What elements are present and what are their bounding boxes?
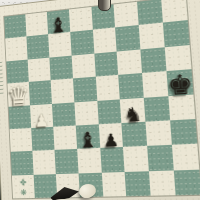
square-f6[interactable] <box>117 49 142 75</box>
square-g1[interactable] <box>149 170 176 196</box>
square-d5[interactable] <box>73 77 97 102</box>
chess-photo-scene: ♝♚♛♟♞♝♟ ✤❋ <box>0 0 200 200</box>
black-bishop-c8[interactable]: ♝ <box>49 15 68 37</box>
square-f7[interactable] <box>115 25 140 51</box>
square-g2[interactable] <box>147 145 173 171</box>
square-d7[interactable] <box>70 30 94 55</box>
brand-marking-left <box>0 62 3 97</box>
square-b7[interactable] <box>26 35 49 60</box>
square-b6[interactable] <box>28 57 51 82</box>
cut-off-piece-top-edge[interactable] <box>98 0 111 11</box>
square-c6[interactable] <box>49 55 72 80</box>
square-g4[interactable] <box>144 96 170 122</box>
square-c2[interactable] <box>54 149 78 174</box>
square-g8[interactable] <box>137 0 163 25</box>
square-g5[interactable] <box>142 71 168 97</box>
square-h3[interactable] <box>170 119 197 145</box>
square-h7[interactable] <box>163 20 190 47</box>
chess-board: ♝♚♛♟♞♝♟ ✤❋ <box>0 0 200 200</box>
square-c3[interactable] <box>53 125 77 150</box>
square-g6[interactable] <box>141 47 167 73</box>
square-b2[interactable] <box>32 150 55 174</box>
square-h8[interactable] <box>161 0 187 23</box>
black-knight-f4[interactable]: ♞ <box>124 104 143 125</box>
square-e5[interactable] <box>95 75 120 100</box>
square-d8[interactable] <box>69 7 93 32</box>
square-e1[interactable] <box>101 172 126 197</box>
square-a7[interactable] <box>5 37 27 61</box>
square-g3[interactable] <box>146 120 172 146</box>
square-a2[interactable] <box>11 151 34 175</box>
square-f1[interactable] <box>125 171 151 196</box>
square-f5[interactable] <box>119 73 144 99</box>
black-king-h5[interactable]: ♚ <box>166 70 193 99</box>
square-b1[interactable] <box>33 174 56 198</box>
square-a8[interactable] <box>4 14 26 39</box>
square-b5[interactable] <box>29 80 52 105</box>
square-h2[interactable] <box>172 144 199 170</box>
square-e7[interactable] <box>92 28 117 54</box>
board-stamp-a1: ✤❋ <box>15 178 28 200</box>
black-bishop-d3[interactable]: ♝ <box>78 129 98 151</box>
black-pawn-e3[interactable]: ♟ <box>103 132 120 150</box>
square-b8[interactable] <box>25 12 48 37</box>
square-e6[interactable] <box>94 51 119 77</box>
board-grid: ♝♚♛♟♞♝♟ <box>4 0 200 198</box>
square-h1[interactable] <box>174 169 200 195</box>
square-e4[interactable] <box>97 99 122 124</box>
square-c5[interactable] <box>50 79 74 104</box>
white-pawn-b4[interactable]: ♟ <box>34 112 49 130</box>
square-f2[interactable] <box>123 146 149 171</box>
square-a3[interactable] <box>10 128 33 152</box>
square-f8[interactable] <box>114 2 139 28</box>
white-queen-a5[interactable]: ♛ <box>7 82 31 110</box>
square-g7[interactable] <box>139 23 165 49</box>
square-c4[interactable] <box>52 102 76 127</box>
square-d6[interactable] <box>71 53 95 78</box>
square-d4[interactable] <box>74 100 98 125</box>
